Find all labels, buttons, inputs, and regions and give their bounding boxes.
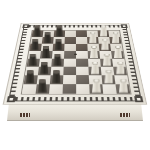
checkers-board — [3, 23, 148, 105]
square-r7c5[interactable] — [89, 84, 103, 94]
white-checker[interactable] — [119, 79, 128, 93]
piece-top — [56, 37, 62, 41]
square-r3c1[interactable] — [40, 51, 53, 59]
white-checker[interactable] — [114, 46, 122, 58]
piece-top — [93, 78, 100, 83]
checkers-set-photo — [0, 0, 150, 150]
black-checker[interactable] — [40, 62, 48, 75]
white-checker[interactable] — [90, 46, 98, 58]
greek-key-border-top — [24, 25, 126, 28]
black-checker[interactable] — [52, 70, 61, 83]
greek-key-border-bottom — [9, 97, 141, 101]
piece-top — [91, 45, 97, 49]
white-checker[interactable] — [104, 70, 113, 83]
board-blemish — [74, 53, 77, 55]
square-r7c1[interactable] — [36, 84, 50, 94]
piece-top — [115, 45, 121, 49]
square-r1c7[interactable] — [109, 37, 121, 44]
piece-top — [53, 69, 60, 73]
piece-top — [41, 60, 47, 64]
white-checker[interactable] — [89, 32, 97, 43]
square-r6c4[interactable] — [76, 75, 89, 84]
piece-top — [54, 52, 60, 56]
square-r5c4[interactable] — [76, 67, 89, 76]
square-r5c5[interactable] — [88, 67, 101, 76]
black-checker[interactable] — [38, 79, 47, 93]
corner-motif-top-right — [121, 24, 128, 28]
white-checker[interactable] — [112, 32, 120, 43]
corner-motif-bottom-left — [7, 96, 16, 102]
square-r7c2[interactable] — [49, 84, 63, 94]
piece-top — [92, 60, 98, 64]
black-checker[interactable] — [44, 32, 52, 43]
square-r7c0[interactable] — [22, 84, 37, 94]
piece-top — [27, 69, 34, 73]
white-checker[interactable] — [116, 62, 124, 75]
piece-top — [39, 78, 46, 83]
square-r7c6[interactable] — [102, 84, 116, 94]
black-checker[interactable] — [31, 39, 39, 51]
black-checker[interactable] — [55, 39, 63, 51]
square-r7c3[interactable] — [63, 84, 77, 94]
square-r6c0[interactable] — [24, 75, 38, 84]
board-perspective — [0, 0, 150, 150]
black-checker[interactable] — [29, 54, 37, 66]
piece-top — [45, 31, 51, 35]
piece-top — [113, 31, 119, 35]
piece-top — [32, 37, 38, 41]
piece-top — [90, 31, 96, 35]
piece-top — [117, 60, 123, 64]
square-r5c3[interactable] — [63, 67, 76, 76]
piece-top — [104, 52, 110, 56]
square-r1c4[interactable] — [76, 37, 87, 44]
square-r3c7[interactable] — [111, 51, 124, 59]
square-r5c1[interactable] — [38, 67, 51, 76]
white-checker[interactable] — [91, 62, 99, 75]
square-r1c1[interactable] — [42, 37, 54, 44]
corner-motif-top-left — [22, 24, 29, 28]
white-checker[interactable] — [101, 39, 109, 51]
white-checker[interactable] — [92, 79, 101, 93]
square-r1c3[interactable] — [65, 37, 76, 44]
square-r7c7[interactable] — [115, 84, 130, 94]
piece-top — [30, 52, 36, 56]
square-r1c5[interactable] — [87, 37, 99, 44]
square-r3c4[interactable] — [76, 51, 88, 59]
piece-top — [102, 37, 108, 41]
square-r6c6[interactable] — [102, 75, 116, 84]
piece-top — [43, 45, 49, 49]
playfield-grid[interactable] — [21, 30, 132, 95]
square-r6c3[interactable] — [63, 75, 76, 84]
black-checker[interactable] — [42, 46, 50, 58]
square-r5c7[interactable] — [113, 67, 127, 76]
square-r7c4[interactable] — [76, 84, 90, 94]
piece-top — [120, 78, 127, 83]
corner-motif-bottom-right — [134, 96, 143, 102]
square-r3c5[interactable] — [88, 51, 100, 59]
white-checker[interactable] — [103, 54, 111, 66]
piece-top — [106, 69, 113, 73]
black-checker[interactable] — [53, 54, 61, 66]
square-r6c2[interactable] — [50, 75, 63, 84]
black-checker[interactable] — [26, 70, 35, 83]
